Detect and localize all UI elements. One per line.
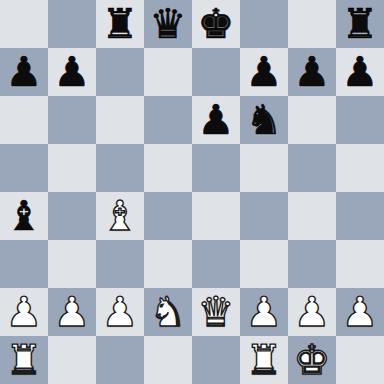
square-h8[interactable]: ♜ xyxy=(336,0,384,48)
square-a3[interactable] xyxy=(0,240,48,288)
square-h5[interactable] xyxy=(336,144,384,192)
black-king[interactable]: ♚ xyxy=(198,0,235,48)
square-a4[interactable]: ♝ xyxy=(0,192,48,240)
square-f6[interactable]: ♞ xyxy=(240,96,288,144)
white-knight[interactable]: ♞ xyxy=(150,288,187,336)
square-h1[interactable] xyxy=(336,336,384,384)
black-pawn[interactable]: ♟ xyxy=(198,96,235,144)
square-a5[interactable] xyxy=(0,144,48,192)
square-g5[interactable] xyxy=(288,144,336,192)
white-pawn[interactable]: ♟ xyxy=(102,288,139,336)
square-d6[interactable] xyxy=(144,96,192,144)
square-b8[interactable] xyxy=(48,0,96,48)
square-d1[interactable] xyxy=(144,336,192,384)
square-e6[interactable]: ♟ xyxy=(192,96,240,144)
square-d8[interactable]: ♛ xyxy=(144,0,192,48)
black-bishop[interactable]: ♝ xyxy=(6,192,43,240)
square-f4[interactable] xyxy=(240,192,288,240)
square-h3[interactable] xyxy=(336,240,384,288)
square-b7[interactable]: ♟ xyxy=(48,48,96,96)
square-f1[interactable]: ♜ xyxy=(240,336,288,384)
white-pawn[interactable]: ♟ xyxy=(246,288,283,336)
square-f2[interactable]: ♟ xyxy=(240,288,288,336)
black-pawn[interactable]: ♟ xyxy=(246,48,283,96)
square-b3[interactable] xyxy=(48,240,96,288)
square-h2[interactable]: ♟ xyxy=(336,288,384,336)
square-g1[interactable]: ♚ xyxy=(288,336,336,384)
square-c6[interactable] xyxy=(96,96,144,144)
square-c3[interactable] xyxy=(96,240,144,288)
square-b2[interactable]: ♟ xyxy=(48,288,96,336)
square-g4[interactable] xyxy=(288,192,336,240)
square-c5[interactable] xyxy=(96,144,144,192)
square-g6[interactable] xyxy=(288,96,336,144)
square-c4[interactable]: ♝ xyxy=(96,192,144,240)
square-h6[interactable] xyxy=(336,96,384,144)
square-f8[interactable] xyxy=(240,0,288,48)
black-pawn[interactable]: ♟ xyxy=(54,48,91,96)
square-e4[interactable] xyxy=(192,192,240,240)
chess-board: ♜♛♚♜♟♟♟♟♟♟♞♝♝♟♟♟♞♛♟♟♟♜♜♚ xyxy=(0,0,384,384)
square-e2[interactable]: ♛ xyxy=(192,288,240,336)
square-d4[interactable] xyxy=(144,192,192,240)
square-h7[interactable]: ♟ xyxy=(336,48,384,96)
square-a6[interactable] xyxy=(0,96,48,144)
black-knight[interactable]: ♞ xyxy=(246,96,283,144)
square-f5[interactable] xyxy=(240,144,288,192)
square-g3[interactable] xyxy=(288,240,336,288)
white-pawn[interactable]: ♟ xyxy=(294,288,331,336)
white-rook[interactable]: ♜ xyxy=(6,336,43,384)
square-c7[interactable] xyxy=(96,48,144,96)
black-queen[interactable]: ♛ xyxy=(150,0,187,48)
square-h4[interactable] xyxy=(336,192,384,240)
white-rook[interactable]: ♜ xyxy=(246,336,283,384)
square-e3[interactable] xyxy=(192,240,240,288)
square-b4[interactable] xyxy=(48,192,96,240)
black-rook[interactable]: ♜ xyxy=(102,0,139,48)
square-d2[interactable]: ♞ xyxy=(144,288,192,336)
square-d5[interactable] xyxy=(144,144,192,192)
white-bishop[interactable]: ♝ xyxy=(102,192,139,240)
black-rook[interactable]: ♜ xyxy=(342,0,379,48)
square-b5[interactable] xyxy=(48,144,96,192)
white-queen[interactable]: ♛ xyxy=(198,288,235,336)
square-b6[interactable] xyxy=(48,96,96,144)
square-a8[interactable] xyxy=(0,0,48,48)
square-e7[interactable] xyxy=(192,48,240,96)
white-pawn[interactable]: ♟ xyxy=(54,288,91,336)
square-a1[interactable]: ♜ xyxy=(0,336,48,384)
square-g8[interactable] xyxy=(288,0,336,48)
square-f7[interactable]: ♟ xyxy=(240,48,288,96)
square-c2[interactable]: ♟ xyxy=(96,288,144,336)
white-pawn[interactable]: ♟ xyxy=(6,288,43,336)
square-d3[interactable] xyxy=(144,240,192,288)
square-a7[interactable]: ♟ xyxy=(0,48,48,96)
black-pawn[interactable]: ♟ xyxy=(294,48,331,96)
white-king[interactable]: ♚ xyxy=(294,336,331,384)
square-b1[interactable] xyxy=(48,336,96,384)
white-pawn[interactable]: ♟ xyxy=(342,288,379,336)
square-g7[interactable]: ♟ xyxy=(288,48,336,96)
square-a2[interactable]: ♟ xyxy=(0,288,48,336)
square-g2[interactable]: ♟ xyxy=(288,288,336,336)
square-e8[interactable]: ♚ xyxy=(192,0,240,48)
square-c1[interactable] xyxy=(96,336,144,384)
square-e5[interactable] xyxy=(192,144,240,192)
square-d7[interactable] xyxy=(144,48,192,96)
square-f3[interactable] xyxy=(240,240,288,288)
square-c8[interactable]: ♜ xyxy=(96,0,144,48)
square-e1[interactable] xyxy=(192,336,240,384)
black-pawn[interactable]: ♟ xyxy=(6,48,43,96)
black-pawn[interactable]: ♟ xyxy=(342,48,379,96)
